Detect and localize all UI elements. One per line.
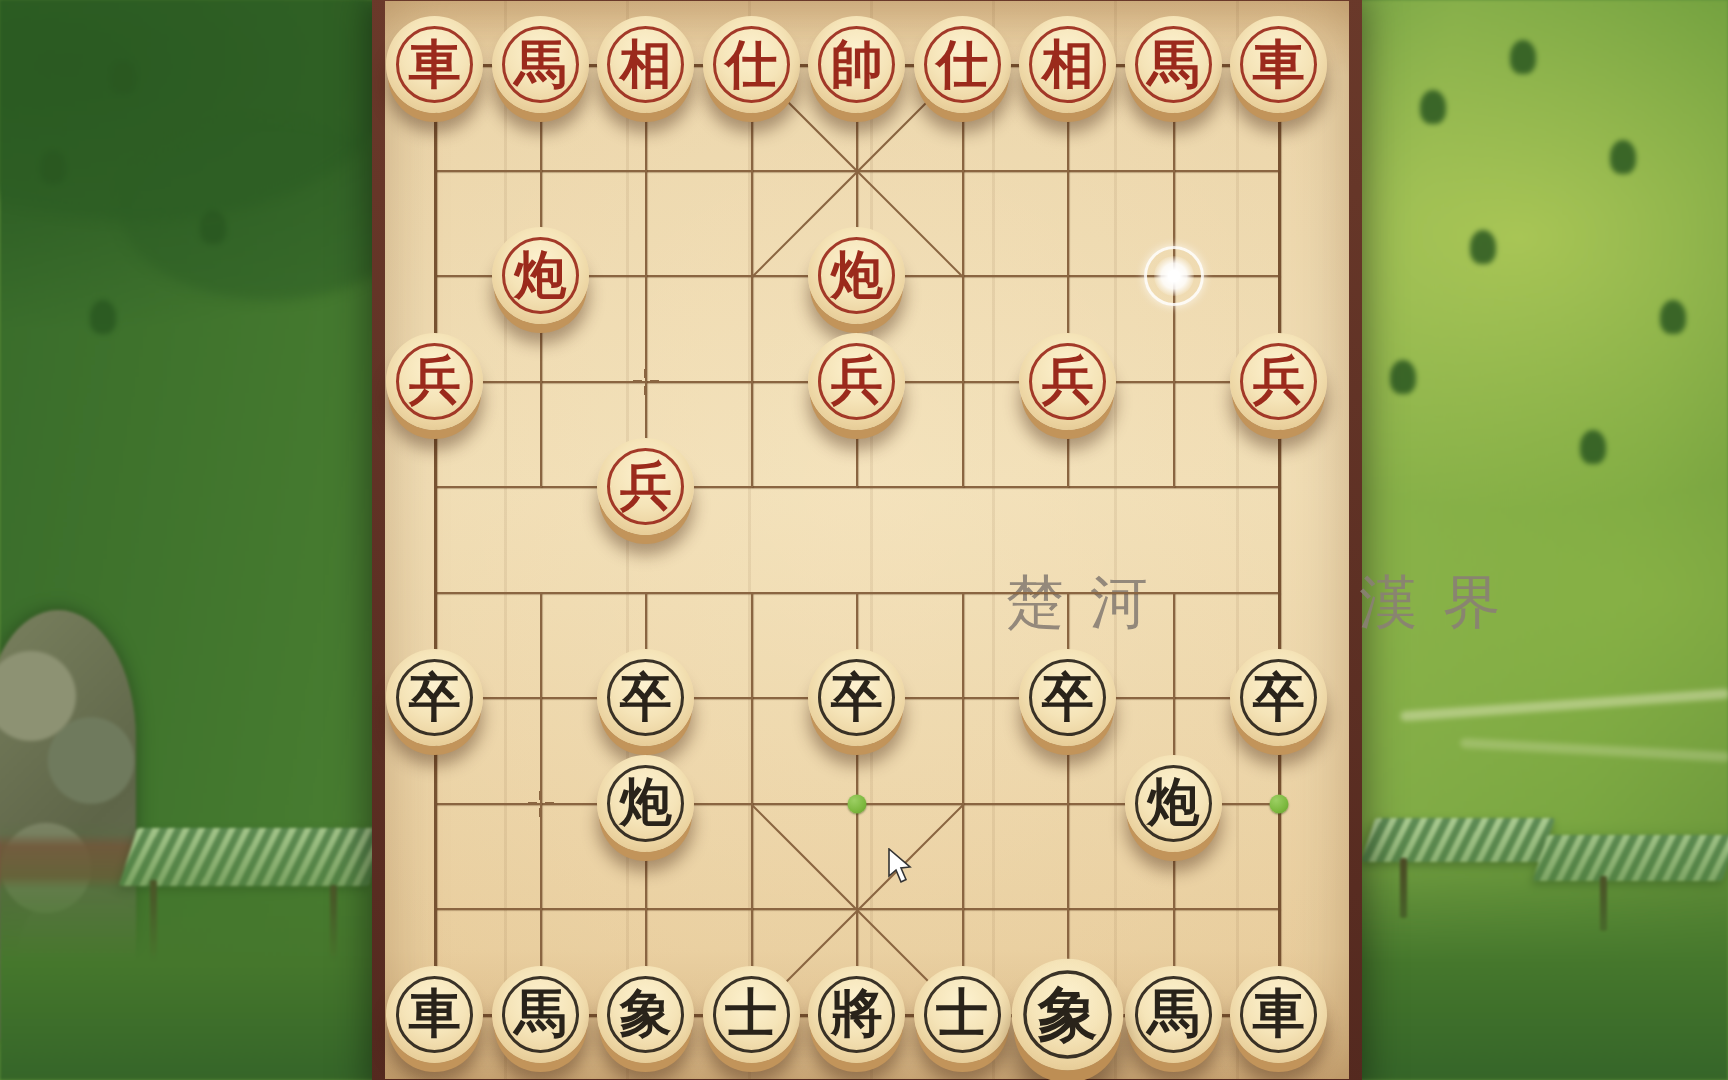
piece-black-soldier[interactable]: 卒: [597, 649, 694, 746]
board-point-a4: [382, 540, 488, 646]
conifer-tree: [1390, 360, 1416, 394]
board-point-g3: 卒: [1015, 645, 1121, 751]
piece-black-cannon[interactable]: 炮: [597, 755, 694, 852]
board-point-f2: [910, 751, 1016, 857]
board-point-f5: [910, 434, 1016, 540]
piece-glyph: 兵: [1253, 354, 1305, 406]
board-point-g2: [1015, 751, 1121, 857]
piece-glyph: 馬: [514, 38, 566, 90]
piece-red-chariot[interactable]: 車: [1230, 16, 1327, 113]
board-point-a9: 車: [382, 12, 488, 118]
conifer-tree: [1660, 300, 1686, 334]
conifer-tree: [40, 150, 66, 184]
board-point-h3: [1121, 645, 1227, 751]
piece-glyph: 卒: [620, 671, 672, 723]
board-point-g1: [1015, 856, 1121, 962]
board-point-c5: 兵: [593, 434, 699, 540]
board-point-h0: 馬: [1121, 962, 1227, 1068]
piece-black-chariot[interactable]: 車: [1230, 966, 1327, 1063]
board-point-b4: [488, 540, 594, 646]
board-point-a6: 兵: [382, 329, 488, 435]
board-point-e5: [804, 434, 910, 540]
piece-glyph: 象: [620, 987, 672, 1039]
board-point-b3: [488, 645, 594, 751]
board-point-i5: [1226, 434, 1332, 540]
piece-glyph: 兵: [620, 460, 672, 512]
board-point-d7: [699, 223, 805, 329]
board-point-e9: 帥: [804, 12, 910, 118]
board-point-h5: [1121, 434, 1227, 540]
board-point-e6: 兵: [804, 329, 910, 435]
piece-glyph: 馬: [1147, 987, 1199, 1039]
pieces-layer: 車馬相仕帥仕相馬車炮炮兵兵兵兵兵卒卒卒卒卒炮炮車馬象士將士象馬車: [382, 12, 1332, 1067]
piece-red-soldier[interactable]: 兵: [1230, 333, 1327, 430]
board-point-d8: [699, 118, 805, 224]
piece-black-soldier[interactable]: 卒: [1019, 649, 1116, 746]
board-point-c2: 炮: [593, 751, 699, 857]
piece-black-elephant[interactable]: 象: [597, 966, 694, 1063]
board-point-e2: [804, 751, 910, 857]
piece-red-elephant[interactable]: 相: [1019, 16, 1116, 113]
piece-glyph: 卒: [1042, 671, 1094, 723]
conifer-tree: [1580, 430, 1606, 464]
board-point-i2: [1226, 751, 1332, 857]
piece-glyph: 相: [1042, 38, 1094, 90]
piece-glyph: 卒: [831, 671, 883, 723]
piece-glyph: 卒: [1253, 671, 1305, 723]
board-point-d3: [699, 645, 805, 751]
piece-glyph: 相: [620, 38, 672, 90]
board-point-i1: [1226, 856, 1332, 962]
board-point-b5: [488, 434, 594, 540]
board-point-f4: [910, 540, 1016, 646]
piece-red-advisor[interactable]: 仕: [914, 16, 1011, 113]
board-point-i4: [1226, 540, 1332, 646]
board-point-g8: [1015, 118, 1121, 224]
piece-black-soldier[interactable]: 卒: [1230, 649, 1327, 746]
board-point-h6: [1121, 329, 1227, 435]
piece-black-general[interactable]: 將: [808, 966, 905, 1063]
river-label-right: 漢界: [1359, 564, 1527, 642]
board-point-h1: [1121, 856, 1227, 962]
conifer-tree: [1610, 140, 1636, 174]
piece-glyph: 兵: [409, 354, 461, 406]
conifer-tree: [90, 300, 116, 334]
piece-black-soldier[interactable]: 卒: [386, 649, 483, 746]
board-point-g9: 相: [1015, 12, 1121, 118]
board-point-b1: [488, 856, 594, 962]
board-point-c6: [593, 329, 699, 435]
board-point-i3: 卒: [1226, 645, 1332, 751]
piece-red-soldier[interactable]: 兵: [808, 333, 905, 430]
piece-red-horse[interactable]: 馬: [492, 16, 589, 113]
board-point-h7: [1121, 223, 1227, 329]
board-point-c3: 卒: [593, 645, 699, 751]
piece-red-soldier[interactable]: 兵: [386, 333, 483, 430]
board-point-a3: 卒: [382, 645, 488, 751]
board-point-g0: 象: [1015, 962, 1121, 1068]
board-point-g4: [1015, 540, 1121, 646]
conifer-tree: [1510, 40, 1536, 74]
board-point-h9: 馬: [1121, 12, 1227, 118]
piece-red-horse[interactable]: 馬: [1125, 16, 1222, 113]
board-point-f7: [910, 223, 1016, 329]
piece-black-chariot[interactable]: 車: [386, 966, 483, 1063]
board-point-c4: [593, 540, 699, 646]
conifer-tree: [200, 210, 226, 244]
board-point-h8: [1121, 118, 1227, 224]
board-point-e0: 將: [804, 962, 910, 1068]
piece-glyph: 炮: [831, 249, 883, 301]
piece-glyph: 卒: [409, 671, 461, 723]
piece-red-soldier[interactable]: 兵: [1019, 333, 1116, 430]
piece-red-chariot[interactable]: 車: [386, 16, 483, 113]
board-point-d9: 仕: [699, 12, 805, 118]
board-point-c0: 象: [593, 962, 699, 1068]
piece-glyph: 士: [725, 987, 777, 1039]
piece-red-cannon[interactable]: 炮: [492, 227, 589, 324]
piece-black-horse[interactable]: 馬: [1125, 966, 1222, 1063]
board-point-b2: [488, 751, 594, 857]
piece-glyph: 炮: [514, 249, 566, 301]
board-point-b0: 馬: [488, 962, 594, 1068]
board-point-e3: 卒: [804, 645, 910, 751]
board-point-d5: [699, 434, 805, 540]
board-point-b6: [488, 329, 594, 435]
board-point-a0: 車: [382, 962, 488, 1068]
piece-glyph: 兵: [831, 354, 883, 406]
board-point-a5: [382, 434, 488, 540]
board-point-h2: 炮: [1121, 751, 1227, 857]
board-point-d4: [699, 540, 805, 646]
board-point-b8: [488, 118, 594, 224]
board-point-f8: [910, 118, 1016, 224]
conifer-tree: [1470, 230, 1496, 264]
board-point-d0: 士: [699, 962, 805, 1068]
piece-black-advisor[interactable]: 士: [914, 966, 1011, 1063]
board-point-f1: [910, 856, 1016, 962]
piece-black-cannon[interactable]: 炮: [1125, 755, 1222, 852]
board-point-d1: [699, 856, 805, 962]
board-point-g7: [1015, 223, 1121, 329]
board-point-i8: [1226, 118, 1332, 224]
board-point-i0: 車: [1226, 962, 1332, 1068]
piece-glyph: 車: [1253, 987, 1305, 1039]
piece-black-elephant[interactable]: 象: [1012, 958, 1124, 1070]
board-point-d2: [699, 751, 805, 857]
board-point-f3: [910, 645, 1016, 751]
board-point-a2: [382, 751, 488, 857]
piece-glyph: 仕: [936, 38, 988, 90]
board-point-b9: 馬: [488, 12, 594, 118]
board-point-i7: [1226, 223, 1332, 329]
piece-glyph: 士: [936, 987, 988, 1039]
piece-glyph: 將: [831, 987, 883, 1039]
board-point-e4: [804, 540, 910, 646]
piece-red-elephant[interactable]: 相: [597, 16, 694, 113]
board-point-c8: [593, 118, 699, 224]
piece-glyph: 馬: [1147, 38, 1199, 90]
board-point-d6: [699, 329, 805, 435]
conifer-tree: [1420, 90, 1446, 124]
board-point-b7: 炮: [488, 223, 594, 329]
piece-glyph: 車: [409, 987, 461, 1039]
board-point-f9: 仕: [910, 12, 1016, 118]
board-point-f0: 士: [910, 962, 1016, 1068]
piece-black-horse[interactable]: 馬: [492, 966, 589, 1063]
board-point-e8: [804, 118, 910, 224]
piece-red-advisor[interactable]: 仕: [703, 16, 800, 113]
game-screen: { "game": "xiangqi", "position": { "fen"…: [0, 0, 1728, 1080]
board-point-c1: [593, 856, 699, 962]
board-point-a7: [382, 223, 488, 329]
piece-red-general[interactable]: 帥: [808, 16, 905, 113]
piece-red-cannon[interactable]: 炮: [808, 227, 905, 324]
board-point-f6: [910, 329, 1016, 435]
board-point-g5: [1015, 434, 1121, 540]
board-point-c9: 相: [593, 12, 699, 118]
board-point-a1: [382, 856, 488, 962]
piece-glyph: 象: [1038, 983, 1098, 1043]
piece-glyph: 車: [1253, 38, 1305, 90]
board-point-h4: [1121, 540, 1227, 646]
board-point-a8: [382, 118, 488, 224]
piece-glyph: 帥: [831, 38, 883, 90]
piece-glyph: 炮: [620, 776, 672, 828]
board-point-g6: 兵: [1015, 329, 1121, 435]
piece-black-advisor[interactable]: 士: [703, 966, 800, 1063]
conifer-tree: [110, 60, 136, 94]
piece-black-soldier[interactable]: 卒: [808, 649, 905, 746]
mouse-cursor: [888, 848, 914, 890]
piece-glyph: 兵: [1042, 354, 1094, 406]
board-point-i6: 兵: [1226, 329, 1332, 435]
board-point-c7: [593, 223, 699, 329]
piece-glyph: 炮: [1147, 776, 1199, 828]
board-point-i9: 車: [1226, 12, 1332, 118]
piece-red-soldier[interactable]: 兵: [597, 438, 694, 535]
board-point-e7: 炮: [804, 223, 910, 329]
piece-glyph: 馬: [514, 987, 566, 1039]
piece-glyph: 車: [409, 38, 461, 90]
piece-glyph: 仕: [725, 38, 777, 90]
